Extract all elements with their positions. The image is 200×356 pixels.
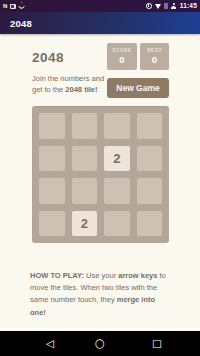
- app-bar-title: 2048: [10, 18, 32, 29]
- home-icon[interactable]: ○: [91, 331, 109, 356]
- sim-icon: [10, 4, 16, 9]
- wifi-icon: [155, 4, 161, 9]
- game-title: 2048: [32, 50, 64, 65]
- nfc-icon: N: [3, 3, 7, 9]
- phone-screen: N 11:45 2048 2048 Join the numbers andge…: [0, 0, 200, 356]
- recents-icon[interactable]: □: [148, 331, 166, 356]
- new-game-button[interactable]: New Game: [107, 78, 169, 98]
- board[interactable]: 22: [32, 106, 169, 243]
- subtitle-line2: get to the: [32, 85, 65, 94]
- android-nav-bar: ◁ ○ □: [0, 331, 200, 356]
- status-bar: N 11:45: [0, 0, 200, 12]
- cell-r2c4: [137, 146, 163, 172]
- score-value: 0: [107, 54, 137, 65]
- cell-r1c4: [137, 113, 163, 139]
- cell-r3c4: [137, 178, 163, 204]
- cell-r4c1: [39, 211, 65, 237]
- best-box: BEST 0: [140, 43, 169, 70]
- tile-2-r2c3: 2: [104, 146, 130, 172]
- tile-2-r4c2: 2: [72, 211, 98, 237]
- status-bar-left: N: [3, 3, 146, 9]
- back-icon[interactable]: ◁: [41, 331, 59, 356]
- cell-r2c2: [72, 146, 98, 172]
- subtitle-line1: Join the numbers and: [32, 74, 104, 83]
- cell-r1c1: [39, 113, 65, 139]
- cell-r4c4: [137, 211, 163, 237]
- data-saver-icon: [146, 3, 152, 9]
- content-bottom-edge: [0, 328, 200, 330]
- profile-icon: [171, 3, 177, 9]
- status-bar-right: 11:45: [146, 3, 197, 10]
- how-to-play: HOW TO PLAY: Use your arrow keys tomove …: [30, 270, 175, 319]
- phone-icon: [18, 2, 25, 9]
- best-value: 0: [140, 54, 169, 65]
- best-label: BEST: [140, 48, 169, 53]
- status-bar-time: 11:45: [180, 3, 197, 10]
- cell-r1c2: [72, 113, 98, 139]
- battery-icon: [164, 3, 168, 9]
- cell-r1c3: [104, 113, 130, 139]
- cell-r4c3: [104, 211, 130, 237]
- cell-r3c3: [104, 178, 130, 204]
- score-label: SCORE: [107, 48, 137, 53]
- cell-r2c1: [39, 146, 65, 172]
- cell-r3c1: [39, 178, 65, 204]
- score-box: SCORE 0: [107, 43, 137, 70]
- subtitle-goal: 2048 tile!: [65, 85, 97, 94]
- cell-r3c2: [72, 178, 98, 204]
- app-bar: 2048: [0, 12, 200, 34]
